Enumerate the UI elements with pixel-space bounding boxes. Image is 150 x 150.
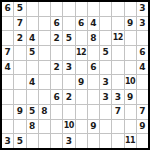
empty-cell-r8c11[interactable] [125, 105, 136, 119]
empty-cell-r5c7[interactable] [76, 61, 87, 75]
empty-cell-r5c9[interactable] [100, 61, 111, 75]
clue-cell-r6c7: 9 [76, 75, 87, 89]
clue-cell-r2c12: 3 [137, 17, 148, 31]
empty-cell-r8c1[interactable] [2, 105, 13, 119]
empty-cell-r4c11[interactable] [125, 46, 136, 60]
empty-cell-r5c11[interactable] [125, 61, 136, 75]
empty-cell-r7c8[interactable] [88, 90, 99, 104]
clue-cell-r10c2: 5 [14, 134, 25, 148]
empty-cell-r1c9[interactable] [100, 2, 111, 16]
empty-cell-r1c11[interactable] [125, 2, 136, 16]
empty-cell-r10c8[interactable] [88, 134, 99, 148]
empty-cell-r1c3[interactable] [27, 2, 38, 16]
empty-cell-r8c5[interactable] [51, 105, 62, 119]
empty-cell-r10c10[interactable] [112, 134, 123, 148]
empty-cell-r9c7[interactable] [76, 120, 87, 134]
empty-cell-r2c6[interactable] [63, 17, 74, 31]
empty-cell-r9c2[interactable] [14, 120, 25, 134]
empty-cell-r10c12[interactable] [137, 134, 148, 148]
clue-cell-r10c1: 3 [2, 134, 13, 148]
clue-cell-r1c1: 6 [2, 2, 13, 16]
empty-cell-r3c12[interactable] [137, 31, 148, 45]
clue-cell-r5c12: 4 [137, 61, 148, 75]
empty-cell-r6c4[interactable] [39, 75, 50, 89]
clue-cell-r3c2: 2 [14, 31, 25, 45]
empty-cell-r7c7[interactable] [76, 90, 87, 104]
clue-cell-r9c3: 8 [27, 120, 38, 134]
empty-cell-r3c4[interactable] [39, 31, 50, 45]
empty-cell-r5c4[interactable] [39, 61, 50, 75]
clue-cell-r7c5: 6 [51, 90, 62, 104]
empty-cell-r9c10[interactable] [112, 120, 123, 134]
clue-cell-r5c6: 3 [63, 61, 74, 75]
clue-cell-r3c6: 5 [63, 31, 74, 45]
empty-cell-r10c4[interactable] [39, 134, 50, 148]
empty-cell-r6c6[interactable] [63, 75, 74, 89]
empty-cell-r6c8[interactable] [88, 75, 99, 89]
empty-cell-r3c7[interactable] [76, 31, 87, 45]
clue-cell-r10c6: 3 [63, 134, 74, 148]
empty-cell-r4c8[interactable] [88, 46, 99, 60]
clue-cell-r6c11: 10 [125, 75, 136, 89]
empty-cell-r4c5[interactable] [51, 46, 62, 60]
clue-cell-r4c3: 5 [27, 46, 38, 60]
empty-cell-r2c4[interactable] [39, 17, 50, 31]
clue-cell-r2c8: 4 [88, 17, 99, 31]
empty-cell-r6c10[interactable] [112, 75, 123, 89]
clue-cell-r9c6: 10 [63, 120, 74, 134]
empty-cell-r2c10[interactable] [112, 17, 123, 31]
empty-cell-r1c5[interactable] [51, 2, 62, 16]
clue-cell-r7c11: 9 [125, 90, 136, 104]
clue-cell-r2c11: 9 [125, 17, 136, 31]
clue-cell-r5c5: 2 [51, 61, 62, 75]
clue-cell-r1c2: 5 [14, 2, 25, 16]
clue-cell-r7c9: 3 [100, 90, 111, 104]
puzzle-board: 6537664932425812751256423644931062339958… [0, 0, 150, 150]
empty-cell-r6c1[interactable] [2, 75, 13, 89]
empty-cell-r9c1[interactable] [2, 120, 13, 134]
empty-cell-r1c6[interactable] [63, 2, 74, 16]
clue-cell-r4c1: 7 [2, 46, 13, 60]
empty-cell-r10c3[interactable] [27, 134, 38, 148]
clue-cell-r5c1: 4 [2, 61, 13, 75]
clue-cell-r2c5: 6 [51, 17, 62, 31]
clue-cell-r7c6: 2 [63, 90, 74, 104]
empty-cell-r8c9[interactable] [100, 105, 111, 119]
empty-cell-r6c2[interactable] [14, 75, 25, 89]
empty-cell-r4c10[interactable] [112, 46, 123, 60]
empty-cell-r8c6[interactable] [63, 105, 74, 119]
empty-cell-r3c11[interactable] [125, 31, 136, 45]
empty-cell-r2c9[interactable] [100, 17, 111, 31]
clue-cell-r9c12: 9 [137, 120, 148, 134]
empty-cell-r1c7[interactable] [76, 2, 87, 16]
clue-cell-r9c8: 9 [88, 120, 99, 134]
empty-cell-r7c2[interactable] [14, 90, 25, 104]
clue-cell-r1c12: 3 [137, 2, 148, 16]
empty-cell-r5c10[interactable] [112, 61, 123, 75]
empty-cell-r10c9[interactable] [100, 134, 111, 148]
clue-cell-r3c3: 4 [27, 31, 38, 45]
empty-cell-r1c8[interactable] [88, 2, 99, 16]
empty-cell-r9c11[interactable] [125, 120, 136, 134]
empty-cell-r10c7[interactable] [76, 134, 87, 148]
empty-cell-r3c9[interactable] [100, 31, 111, 45]
clue-cell-r6c3: 4 [27, 75, 38, 89]
empty-cell-r1c10[interactable] [112, 2, 123, 16]
empty-cell-r7c3[interactable] [27, 90, 38, 104]
clue-cell-r8c4: 8 [39, 105, 50, 119]
empty-cell-r7c1[interactable] [2, 90, 13, 104]
clue-cell-r3c5: 2 [51, 31, 62, 45]
clue-cell-r8c12: 7 [137, 105, 148, 119]
empty-cell-r6c5[interactable] [51, 75, 62, 89]
clue-cell-r3c10: 12 [112, 31, 123, 45]
clue-cell-r8c3: 5 [27, 105, 38, 119]
empty-cell-r9c4[interactable] [39, 120, 50, 134]
empty-cell-r7c4[interactable] [39, 90, 50, 104]
clue-cell-r3c8: 8 [88, 31, 99, 45]
clue-cell-r4c7: 12 [76, 46, 87, 60]
empty-cell-r4c6[interactable] [63, 46, 74, 60]
empty-cell-r6c12[interactable] [137, 75, 148, 89]
clue-cell-r6c9: 3 [100, 75, 111, 89]
empty-cell-r9c5[interactable] [51, 120, 62, 134]
clue-cell-r2c2: 7 [14, 17, 25, 31]
clue-cell-r2c7: 6 [76, 17, 87, 31]
empty-cell-r4c4[interactable] [39, 46, 50, 60]
empty-cell-r9c9[interactable] [100, 120, 111, 134]
empty-cell-r8c7[interactable] [76, 105, 87, 119]
empty-cell-r2c1[interactable] [2, 17, 13, 31]
clue-cell-r8c2: 9 [14, 105, 25, 119]
empty-cell-r7c12[interactable] [137, 90, 148, 104]
empty-cell-r2c3[interactable] [27, 17, 38, 31]
clue-cell-r8c10: 7 [112, 105, 123, 119]
clue-cell-r10c11: 11 [125, 134, 136, 148]
empty-cell-r1c4[interactable] [39, 2, 50, 16]
empty-cell-r5c2[interactable] [14, 61, 25, 75]
clue-cell-r4c12: 6 [137, 46, 148, 60]
clue-cell-r4c9: 5 [100, 46, 111, 60]
clue-cell-r7c10: 3 [112, 90, 123, 104]
empty-cell-r8c8[interactable] [88, 105, 99, 119]
empty-cell-r3c1[interactable] [2, 31, 13, 45]
empty-cell-r10c5[interactable] [51, 134, 62, 148]
clue-cell-r5c8: 6 [88, 61, 99, 75]
empty-cell-r5c3[interactable] [27, 61, 38, 75]
empty-cell-r4c2[interactable] [14, 46, 25, 60]
